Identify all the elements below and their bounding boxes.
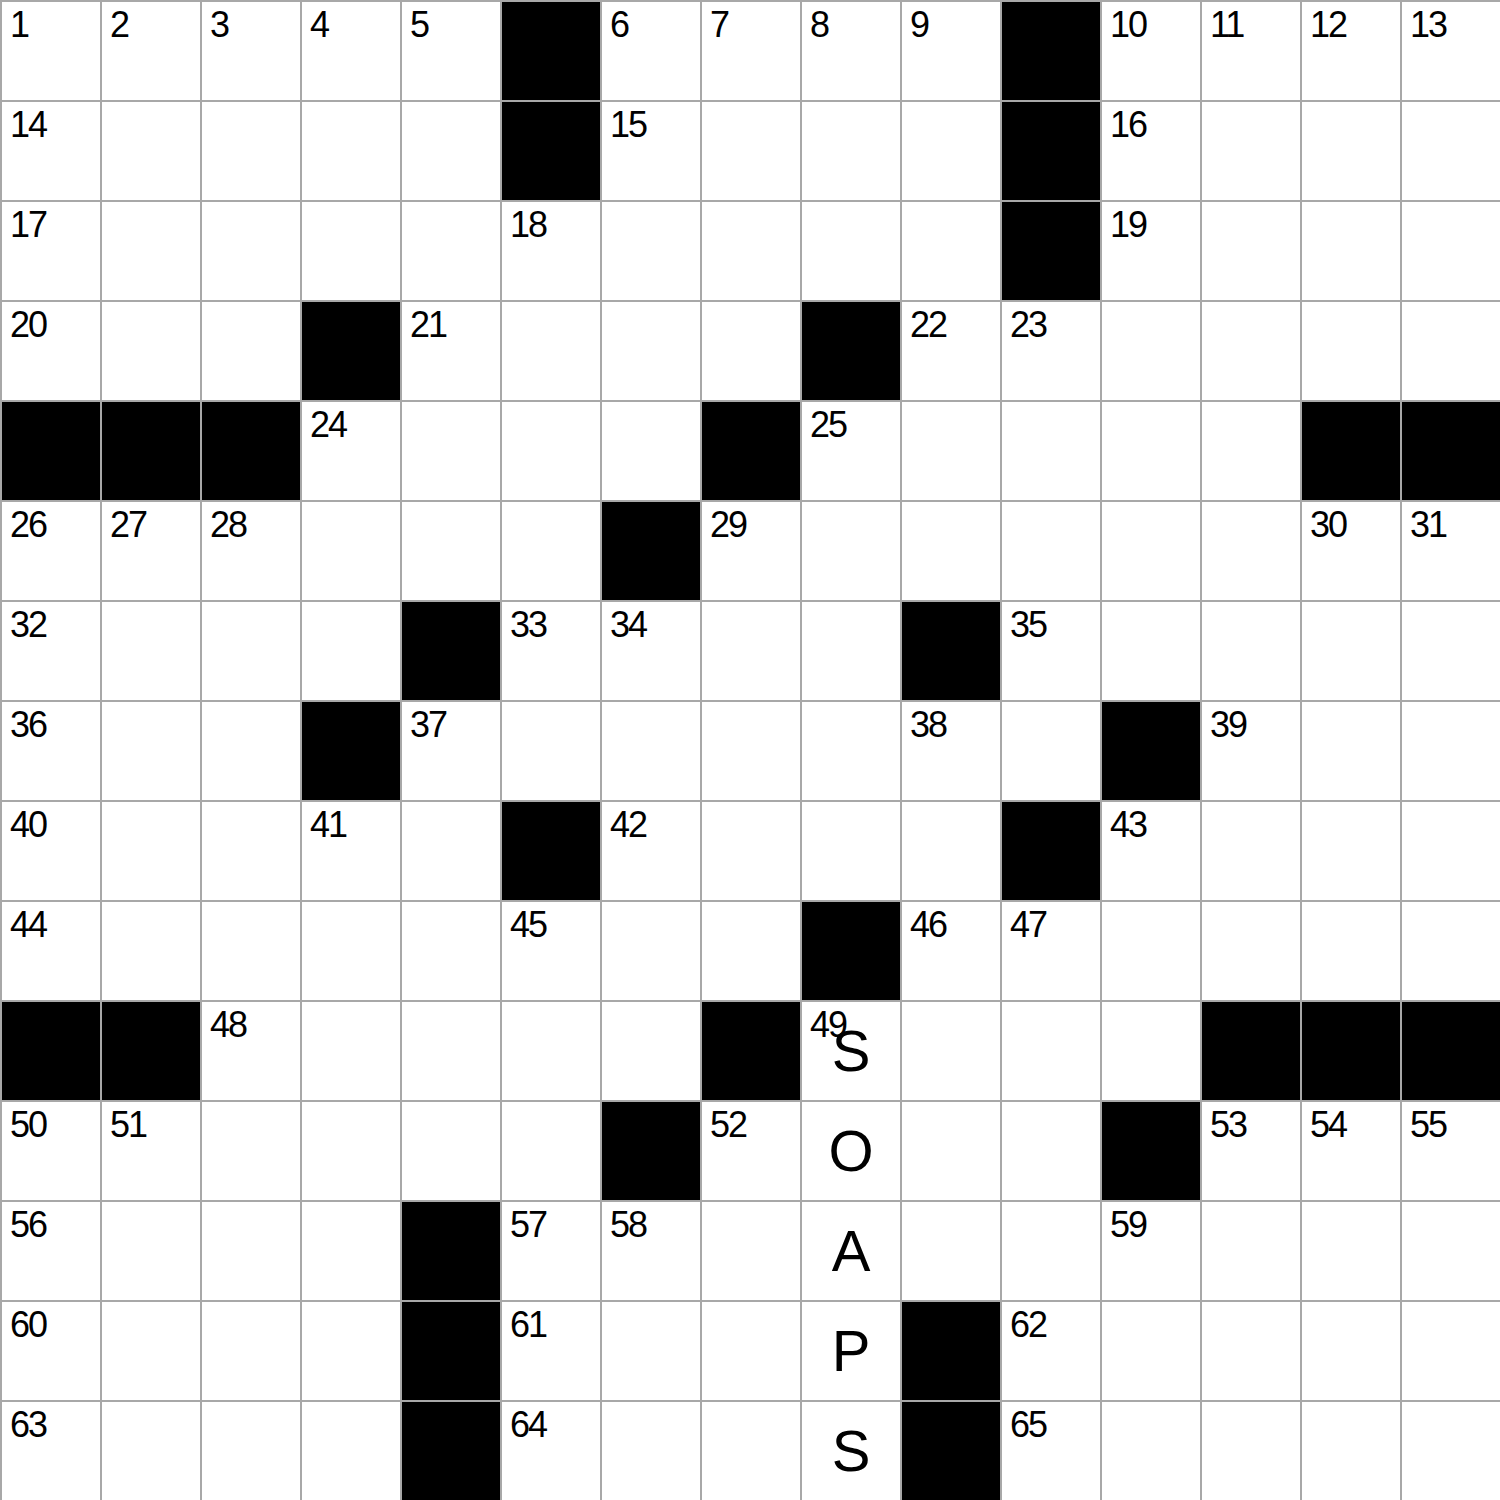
block-r1-c5 [500, 100, 600, 200]
cell-r2-c0[interactable]: 17 [0, 200, 100, 300]
clue-number-61: 61 [510, 1307, 546, 1343]
cell-r14-c12[interactable] [1200, 1400, 1300, 1500]
cell-r5-c13[interactable]: 30 [1300, 500, 1400, 600]
clue-number-37: 37 [410, 707, 446, 743]
cell-r0-c7[interactable]: 7 [700, 0, 800, 100]
cell-r3-c12[interactable] [1200, 300, 1300, 400]
block-r13-c9 [900, 1300, 1000, 1400]
cell-r8-c7[interactable] [700, 800, 800, 900]
cell-r4-c6[interactable] [600, 400, 700, 500]
cell-r10-c3[interactable] [300, 1000, 400, 1100]
cell-r7-c1[interactable] [100, 700, 200, 800]
clue-number-26: 26 [10, 507, 46, 543]
block-r6-c9 [900, 600, 1000, 700]
cell-r2-c14[interactable] [1400, 200, 1500, 300]
block-r4-c14 [1400, 400, 1500, 500]
cell-r11-c12[interactable]: 53 [1200, 1100, 1300, 1200]
cell-r1-c6[interactable]: 15 [600, 100, 700, 200]
cell-r7-c12[interactable]: 39 [1200, 700, 1300, 800]
cell-r6-c7[interactable] [700, 600, 800, 700]
clue-number-15: 15 [610, 107, 646, 143]
clue-number-21: 21 [410, 307, 446, 343]
clue-number-2: 2 [110, 7, 128, 43]
clue-number-25: 25 [810, 407, 846, 443]
cell-r5-c0[interactable]: 26 [0, 500, 100, 600]
block-r10-c1 [100, 1000, 200, 1100]
cell-r13-c1[interactable] [100, 1300, 200, 1400]
cell-r7-c10[interactable] [1000, 700, 1100, 800]
cell-r9-c6[interactable] [600, 900, 700, 1000]
cell-r13-c3[interactable] [300, 1300, 400, 1400]
clue-number-18: 18 [510, 207, 546, 243]
cell-r7-c5[interactable] [500, 700, 600, 800]
block-r7-c3 [300, 700, 400, 800]
clue-number-31: 31 [1410, 507, 1446, 543]
cell-r8-c9[interactable] [900, 800, 1000, 900]
cell-r5-c8[interactable] [800, 500, 900, 600]
clue-number-45: 45 [510, 907, 546, 943]
clue-number-43: 43 [1110, 807, 1146, 843]
clue-number-52: 52 [710, 1107, 746, 1143]
cell-r0-c6[interactable]: 6 [600, 0, 700, 100]
cell-r1-c11[interactable]: 16 [1100, 100, 1200, 200]
clue-number-6: 6 [610, 7, 628, 43]
cell-r11-c5[interactable] [500, 1100, 600, 1200]
clue-number-57: 57 [510, 1207, 546, 1243]
cell-r3-c9[interactable]: 22 [900, 300, 1000, 400]
cell-r6-c11[interactable] [1100, 600, 1200, 700]
cell-r8-c0[interactable]: 40 [0, 800, 100, 900]
cell-r3-c14[interactable] [1400, 300, 1500, 400]
clue-number-39: 39 [1210, 707, 1246, 743]
block-r4-c13 [1300, 400, 1400, 500]
cell-r1-c1[interactable] [100, 100, 200, 200]
clue-number-64: 64 [510, 1407, 546, 1443]
cell-r6-c14[interactable] [1400, 600, 1500, 700]
cell-r12-c9[interactable] [900, 1200, 1000, 1300]
cell-r5-c12[interactable] [1200, 500, 1300, 600]
cell-r11-c13[interactable]: 54 [1300, 1100, 1400, 1200]
cell-r7-c9[interactable]: 38 [900, 700, 1000, 800]
cell-r9-c5[interactable]: 45 [500, 900, 600, 1000]
cell-r11-c7[interactable]: 52 [700, 1100, 800, 1200]
cell-r12-c12[interactable] [1200, 1200, 1300, 1300]
cell-r6-c5[interactable]: 33 [500, 600, 600, 700]
cell-r4-c8[interactable]: 25 [800, 400, 900, 500]
cell-r2-c4[interactable] [400, 200, 500, 300]
cell-r12-c5[interactable]: 57 [500, 1200, 600, 1300]
block-r1-c10 [1000, 100, 1100, 200]
cell-r4-c9[interactable] [900, 400, 1000, 500]
cell-r14-c14[interactable] [1400, 1400, 1500, 1500]
cell-r8-c3[interactable]: 41 [300, 800, 400, 900]
cell-r13-c14[interactable] [1400, 1300, 1500, 1400]
cell-r12-c3[interactable] [300, 1200, 400, 1300]
cell-r14-c8[interactable]: S [800, 1400, 900, 1500]
cell-r0-c8[interactable]: 8 [800, 0, 900, 100]
block-r4-c2 [200, 400, 300, 500]
block-r11-c11 [1100, 1100, 1200, 1200]
letter-r10-c8: S [802, 1002, 900, 1100]
clue-number-7: 7 [710, 7, 728, 43]
letter-r14-c8: S [802, 1402, 900, 1500]
cell-r5-c4[interactable] [400, 500, 500, 600]
cell-r7-c7[interactable] [700, 700, 800, 800]
cell-r6-c2[interactable] [200, 600, 300, 700]
clue-number-47: 47 [1010, 907, 1046, 943]
cell-r3-c7[interactable] [700, 300, 800, 400]
clue-number-58: 58 [610, 1207, 646, 1243]
cell-r8-c6[interactable]: 42 [600, 800, 700, 900]
clue-number-32: 32 [10, 607, 46, 643]
clue-number-30: 30 [1310, 507, 1346, 543]
clue-number-19: 19 [1110, 207, 1146, 243]
cell-r10-c4[interactable] [400, 1000, 500, 1100]
cell-r7-c4[interactable]: 37 [400, 700, 500, 800]
cell-r5-c11[interactable] [1100, 500, 1200, 600]
cell-r1-c9[interactable] [900, 100, 1000, 200]
cell-r3-c2[interactable] [200, 300, 300, 400]
letter-r12-c8: A [802, 1202, 900, 1300]
cell-r10-c6[interactable] [600, 1000, 700, 1100]
cell-r12-c6[interactable]: 58 [600, 1200, 700, 1300]
cell-r2-c11[interactable]: 19 [1100, 200, 1200, 300]
cell-r10-c11[interactable] [1100, 1000, 1200, 1100]
clue-number-27: 27 [110, 507, 146, 543]
cell-r9-c12[interactable] [1200, 900, 1300, 1000]
cell-r9-c7[interactable] [700, 900, 800, 1000]
cell-r13-c10[interactable]: 62 [1000, 1300, 1100, 1400]
cell-r9-c10[interactable]: 47 [1000, 900, 1100, 1000]
clue-number-3: 3 [210, 7, 228, 43]
clue-number-44: 44 [10, 907, 46, 943]
block-r11-c6 [600, 1100, 700, 1200]
cell-r1-c0[interactable]: 14 [0, 100, 100, 200]
cell-r0-c0[interactable]: 1 [0, 0, 100, 100]
cell-r12-c2[interactable] [200, 1200, 300, 1300]
clue-number-24: 24 [310, 407, 346, 443]
cell-r4-c11[interactable] [1100, 400, 1200, 500]
cell-r7-c0[interactable]: 36 [0, 700, 100, 800]
block-r6-c4 [400, 600, 500, 700]
cell-r4-c5[interactable] [500, 400, 600, 500]
cell-r3-c10[interactable]: 23 [1000, 300, 1100, 400]
cell-r2-c3[interactable] [300, 200, 400, 300]
cell-r0-c3[interactable]: 4 [300, 0, 400, 100]
cell-r11-c8[interactable]: O [800, 1100, 900, 1200]
cell-r0-c2[interactable]: 3 [200, 0, 300, 100]
cell-r0-c1[interactable]: 2 [100, 0, 200, 100]
cell-r0-c9[interactable]: 9 [900, 0, 1000, 100]
cell-r7-c14[interactable] [1400, 700, 1500, 800]
cell-r11-c3[interactable] [300, 1100, 400, 1200]
cell-r13-c2[interactable] [200, 1300, 300, 1400]
clue-number-35: 35 [1010, 607, 1046, 643]
clue-number-13: 13 [1410, 7, 1446, 43]
block-r10-c12 [1200, 1000, 1300, 1100]
cell-r5-c10[interactable] [1000, 500, 1100, 600]
cell-r3-c13[interactable] [1300, 300, 1400, 400]
clue-number-54: 54 [1310, 1107, 1346, 1143]
clue-number-53: 53 [1210, 1107, 1246, 1143]
cell-r14-c11[interactable] [1100, 1400, 1200, 1500]
cell-r11-c4[interactable] [400, 1100, 500, 1200]
cell-r1-c8[interactable] [800, 100, 900, 200]
cell-r7-c6[interactable] [600, 700, 700, 800]
cell-r14-c7[interactable] [700, 1400, 800, 1500]
cell-r1-c4[interactable] [400, 100, 500, 200]
cell-r1-c13[interactable] [1300, 100, 1400, 200]
clue-number-23: 23 [1010, 307, 1046, 343]
cell-r7-c8[interactable] [800, 700, 900, 800]
cell-r11-c9[interactable] [900, 1100, 1000, 1200]
cell-r11-c1[interactable]: 51 [100, 1100, 200, 1200]
block-r8-c5 [500, 800, 600, 900]
cell-r14-c5[interactable]: 64 [500, 1400, 600, 1500]
cell-r2-c6[interactable] [600, 200, 700, 300]
cell-r9-c14[interactable] [1400, 900, 1500, 1000]
cell-r6-c13[interactable] [1300, 600, 1400, 700]
cell-r2-c5[interactable]: 18 [500, 200, 600, 300]
block-r12-c4 [400, 1200, 500, 1300]
letter-r11-c8: O [802, 1102, 900, 1200]
block-r3-c3 [300, 300, 400, 400]
cell-r8-c2[interactable] [200, 800, 300, 900]
block-r7-c11 [1100, 700, 1200, 800]
cell-r11-c10[interactable] [1000, 1100, 1100, 1200]
block-r3-c8 [800, 300, 900, 400]
cell-r14-c6[interactable] [600, 1400, 700, 1500]
clue-number-34: 34 [610, 607, 646, 643]
cell-r13-c6[interactable] [600, 1300, 700, 1400]
cell-r10-c10[interactable] [1000, 1000, 1100, 1100]
clue-number-28: 28 [210, 507, 246, 543]
block-r4-c7 [700, 400, 800, 500]
block-r4-c0 [0, 400, 100, 500]
cell-r11-c0[interactable]: 50 [0, 1100, 100, 1200]
clue-number-9: 9 [910, 7, 928, 43]
clue-number-14: 14 [10, 107, 46, 143]
cell-r0-c4[interactable]: 5 [400, 0, 500, 100]
cell-r6-c8[interactable] [800, 600, 900, 700]
cell-r9-c9[interactable]: 46 [900, 900, 1000, 1000]
block-r10-c7 [700, 1000, 800, 1100]
cell-r13-c8[interactable]: P [800, 1300, 900, 1400]
clue-number-10: 10 [1110, 7, 1146, 43]
cell-r9-c4[interactable] [400, 900, 500, 1000]
clue-number-46: 46 [910, 907, 946, 943]
crossword-board: 1234567891011121314151617181920212223242… [0, 0, 1500, 1500]
clue-number-36: 36 [10, 707, 46, 743]
cell-r8-c13[interactable] [1300, 800, 1400, 900]
clue-number-65: 65 [1010, 1407, 1046, 1443]
block-r5-c6 [600, 500, 700, 600]
cell-r8-c11[interactable]: 43 [1100, 800, 1200, 900]
cell-r4-c3[interactable]: 24 [300, 400, 400, 500]
cell-r9-c13[interactable] [1300, 900, 1400, 1000]
cell-r2-c7[interactable] [700, 200, 800, 300]
clue-number-4: 4 [310, 7, 328, 43]
cell-r3-c11[interactable] [1100, 300, 1200, 400]
clue-number-42: 42 [610, 807, 646, 843]
cell-r12-c11[interactable]: 59 [1100, 1200, 1200, 1300]
clue-number-33: 33 [510, 607, 546, 643]
cell-r0-c14[interactable]: 13 [1400, 0, 1500, 100]
cell-r4-c4[interactable] [400, 400, 500, 500]
clue-number-1: 1 [10, 7, 28, 43]
block-r14-c9 [900, 1400, 1000, 1500]
cell-r2-c2[interactable] [200, 200, 300, 300]
cell-r12-c0[interactable]: 56 [0, 1200, 100, 1300]
cell-r7-c13[interactable] [1300, 700, 1400, 800]
clue-number-50: 50 [10, 1107, 46, 1143]
cell-r0-c11[interactable]: 10 [1100, 0, 1200, 100]
clue-number-48: 48 [210, 1007, 246, 1043]
cell-r3-c6[interactable] [600, 300, 700, 400]
cell-r10-c2[interactable]: 48 [200, 1000, 300, 1100]
cell-r14-c10[interactable]: 65 [1000, 1400, 1100, 1500]
cell-r8-c14[interactable] [1400, 800, 1500, 900]
cell-r13-c11[interactable] [1100, 1300, 1200, 1400]
cell-r9-c3[interactable] [300, 900, 400, 1000]
cell-r3-c4[interactable]: 21 [400, 300, 500, 400]
clue-number-63: 63 [10, 1407, 46, 1443]
cell-r7-c2[interactable] [200, 700, 300, 800]
cell-r8-c4[interactable] [400, 800, 500, 900]
cell-r9-c1[interactable] [100, 900, 200, 1000]
block-r4-c1 [100, 400, 200, 500]
clue-number-62: 62 [1010, 1307, 1046, 1343]
cell-r13-c7[interactable] [700, 1300, 800, 1400]
cell-r3-c0[interactable]: 20 [0, 300, 100, 400]
cell-r10-c9[interactable] [900, 1000, 1000, 1100]
cell-r1-c2[interactable] [200, 100, 300, 200]
cell-r5-c7[interactable]: 29 [700, 500, 800, 600]
cell-r2-c13[interactable] [1300, 200, 1400, 300]
cell-r1-c7[interactable] [700, 100, 800, 200]
cell-r5-c9[interactable] [900, 500, 1000, 600]
clue-number-41: 41 [310, 807, 346, 843]
cell-r6-c3[interactable] [300, 600, 400, 700]
cell-r0-c12[interactable]: 11 [1200, 0, 1300, 100]
cell-r1-c14[interactable] [1400, 100, 1500, 200]
cell-r6-c12[interactable] [1200, 600, 1300, 700]
block-r10-c13 [1300, 1000, 1400, 1100]
cell-r12-c14[interactable] [1400, 1200, 1500, 1300]
cell-r14-c0[interactable]: 63 [0, 1400, 100, 1500]
clue-number-20: 20 [10, 307, 46, 343]
cell-r6-c6[interactable]: 34 [600, 600, 700, 700]
block-r13-c4 [400, 1300, 500, 1400]
cell-r3-c5[interactable] [500, 300, 600, 400]
cell-r2-c9[interactable] [900, 200, 1000, 300]
cell-r2-c8[interactable] [800, 200, 900, 300]
cell-r12-c1[interactable] [100, 1200, 200, 1300]
clue-number-51: 51 [110, 1107, 146, 1143]
block-r9-c8 [800, 900, 900, 1000]
cell-r8-c12[interactable] [1200, 800, 1300, 900]
cell-r2-c12[interactable] [1200, 200, 1300, 300]
clue-number-59: 59 [1110, 1207, 1146, 1243]
cell-r12-c7[interactable] [700, 1200, 800, 1300]
cell-r12-c8[interactable]: A [800, 1200, 900, 1300]
cell-r13-c12[interactable] [1200, 1300, 1300, 1400]
cell-r1-c3[interactable] [300, 100, 400, 200]
clue-number-29: 29 [710, 507, 746, 543]
cell-r11-c14[interactable]: 55 [1400, 1100, 1500, 1200]
cell-r2-c1[interactable] [100, 200, 200, 300]
clue-number-8: 8 [810, 7, 828, 43]
cell-r12-c10[interactable] [1000, 1200, 1100, 1300]
cell-r5-c5[interactable] [500, 500, 600, 600]
block-r0-c5 [500, 0, 600, 100]
cell-r0-c13[interactable]: 12 [1300, 0, 1400, 100]
cell-r3-c1[interactable] [100, 300, 200, 400]
cell-r14-c13[interactable] [1300, 1400, 1400, 1500]
cell-r12-c13[interactable] [1300, 1200, 1400, 1300]
clue-number-60: 60 [10, 1307, 46, 1343]
cell-r5-c2[interactable]: 28 [200, 500, 300, 600]
cell-r10-c8[interactable]: 49S [800, 1000, 900, 1100]
clue-number-17: 17 [10, 207, 46, 243]
block-r10-c14 [1400, 1000, 1500, 1100]
cell-r13-c0[interactable]: 60 [0, 1300, 100, 1400]
clue-number-12: 12 [1310, 7, 1346, 43]
cell-r5-c3[interactable] [300, 500, 400, 600]
cell-r14-c1[interactable] [100, 1400, 200, 1500]
cell-r1-c12[interactable] [1200, 100, 1300, 200]
cell-r4-c12[interactable] [1200, 400, 1300, 500]
clue-number-40: 40 [10, 807, 46, 843]
cell-r9-c2[interactable] [200, 900, 300, 1000]
block-r14-c4 [400, 1400, 500, 1500]
cell-r8-c8[interactable] [800, 800, 900, 900]
cell-r6-c0[interactable]: 32 [0, 600, 100, 700]
cell-r9-c11[interactable] [1100, 900, 1200, 1000]
cell-r4-c10[interactable] [1000, 400, 1100, 500]
cell-r9-c0[interactable]: 44 [0, 900, 100, 1000]
block-r10-c0 [0, 1000, 100, 1100]
cell-r11-c2[interactable] [200, 1100, 300, 1200]
block-r2-c10 [1000, 200, 1100, 300]
block-r0-c10 [1000, 0, 1100, 100]
cell-r8-c1[interactable] [100, 800, 200, 900]
cell-r14-c3[interactable] [300, 1400, 400, 1500]
clue-number-16: 16 [1110, 107, 1146, 143]
clue-number-56: 56 [10, 1207, 46, 1243]
clue-number-55: 55 [1410, 1107, 1446, 1143]
clue-number-38: 38 [910, 707, 946, 743]
clue-number-5: 5 [410, 7, 428, 43]
cell-r13-c5[interactable]: 61 [500, 1300, 600, 1400]
letter-r13-c8: P [802, 1302, 900, 1400]
cell-r5-c1[interactable]: 27 [100, 500, 200, 600]
cell-r6-c1[interactable] [100, 600, 200, 700]
cell-r14-c2[interactable] [200, 1400, 300, 1500]
clue-number-22: 22 [910, 307, 946, 343]
cell-r6-c10[interactable]: 35 [1000, 600, 1100, 700]
block-r8-c10 [1000, 800, 1100, 900]
clue-number-11: 11 [1210, 7, 1243, 43]
cell-r5-c14[interactable]: 31 [1400, 500, 1500, 600]
cell-r10-c5[interactable] [500, 1000, 600, 1100]
cell-r13-c13[interactable] [1300, 1300, 1400, 1400]
